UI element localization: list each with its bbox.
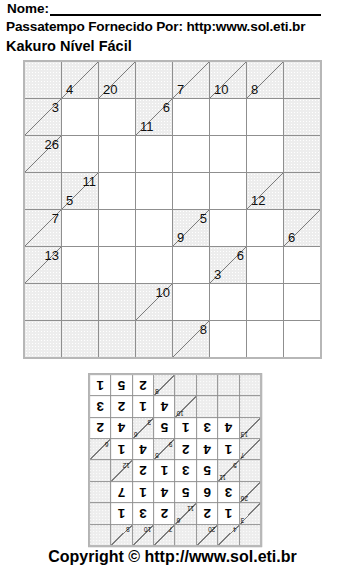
down-clue: 4	[66, 83, 73, 96]
down-clue: 6	[105, 440, 109, 447]
solution-clue-cell-r0c2: 20	[197, 525, 217, 545]
solution-clue-cell-r0c4: 7	[154, 525, 174, 545]
down-clue: 3	[148, 419, 152, 426]
solution-digit-r1c2: 2	[197, 503, 217, 523]
across-clue: 26	[241, 495, 248, 502]
down-clue: 5	[233, 462, 237, 469]
down-clue: 20	[208, 526, 215, 533]
solution-digit-r3c5: 2	[133, 461, 153, 481]
solution-blank-cell-r0c0	[240, 525, 260, 545]
solution-blank-cell-r6c2	[197, 396, 217, 416]
across-clue: 7	[52, 212, 59, 225]
across-clue: 8	[200, 323, 207, 336]
solution-blank-cell-r7c0	[240, 375, 260, 395]
clue-cell-r0c1: 4	[62, 62, 98, 98]
clue-cell-r0c5: 10	[210, 62, 246, 98]
entry-cell-r2c6[interactable]	[247, 136, 283, 172]
down-clue: 11	[140, 120, 154, 133]
solution-entry-cell-r2c5: 1	[133, 482, 153, 502]
entry-cell-r2c2[interactable]	[99, 136, 135, 172]
solution-digit-r4c6: 1	[111, 439, 131, 459]
solution-digit-r6c4: 4	[154, 396, 174, 416]
solution-entry-cell-r2c3: 5	[176, 482, 196, 502]
solution-digit-r5c4: 5	[154, 418, 174, 438]
solution-clue-cell-r0c5: 10	[133, 525, 153, 545]
solution-digit-r1c4: 2	[154, 503, 174, 523]
solution-entry-cell-r5c4: 5	[154, 418, 174, 438]
down-clue: 9	[177, 231, 184, 244]
solution-digit-r1c1: 1	[218, 503, 238, 523]
solution-digit-r5c7: 2	[90, 418, 110, 438]
solution-clue-cell-r1c0: 3	[240, 503, 260, 523]
entry-cell-r5c2[interactable]	[99, 247, 135, 283]
down-clue: 5	[66, 194, 73, 207]
solution-entry-cell-r5c6: 4	[111, 418, 131, 438]
entry-cell-r3c4[interactable]	[173, 173, 209, 209]
solution-entry-cell-r5c7: 2	[90, 418, 110, 438]
clue-cell-r6c3: 10	[136, 284, 172, 320]
solution-blank-cell-r0c7	[90, 525, 110, 545]
name-label: Nome:	[7, 1, 49, 16]
solution-clue-cell-r6c3: 10	[176, 396, 196, 416]
solution-blank-cell-r3c7	[90, 461, 110, 481]
down-clue: 11	[187, 504, 194, 511]
solution-entry-cell-r7c6: 5	[111, 375, 131, 395]
across-clue: 13	[45, 249, 59, 262]
solution-blank-cell-r0c3	[176, 525, 196, 545]
down-clue: 3	[214, 268, 221, 281]
across-clue: 13	[241, 431, 248, 438]
solution-blank-cell-r6c0	[240, 396, 260, 416]
across-clue: 6	[163, 101, 170, 114]
entry-cell-r2c5[interactable]	[210, 136, 246, 172]
solution-entry-cell-r5c3: 1	[176, 418, 196, 438]
across-clue: 6	[177, 516, 181, 523]
down-clue: 9	[169, 440, 173, 447]
solution-blank-cell-r7c2	[197, 375, 217, 395]
solution-entry-cell-r6c5: 1	[133, 396, 153, 416]
blank-cell-r6c0	[25, 284, 61, 320]
solution-clue-cell-r7c4: 8	[154, 375, 174, 395]
entry-cell-r4c1[interactable]	[62, 210, 98, 246]
clue-cell-r3c6: 12	[247, 173, 283, 209]
solution-entry-cell-r1c4: 2	[154, 503, 174, 523]
entry-cell-r5c3[interactable]	[136, 247, 172, 283]
solution-clue-cell-r0c1: 4	[218, 525, 238, 545]
clue-cell-r3c1: 115	[62, 173, 98, 209]
solution-blank-cell-r6c1	[218, 396, 238, 416]
solution-digit-r4c5: 4	[133, 439, 153, 459]
blank-cell-r1c7	[284, 99, 320, 135]
solution-entry-cell-r3c3: 3	[176, 461, 196, 481]
across-clue: 11	[219, 473, 226, 480]
across-clue: 3	[241, 516, 245, 523]
across-clue: 11	[83, 175, 97, 188]
solution-entry-cell-r1c1: 1	[218, 503, 238, 523]
solution-blank-cell-r2c7	[90, 482, 110, 502]
entry-cell-r3c3[interactable]	[136, 173, 172, 209]
clue-cell-r7c4: 8	[173, 321, 209, 357]
across-clue: 10	[177, 409, 184, 416]
clue-cell-r0c4: 7	[173, 62, 209, 98]
solution-entry-cell-r5c2: 3	[197, 418, 217, 438]
solution-digit-r5c6: 4	[111, 418, 131, 438]
down-clue: 6	[288, 231, 295, 244]
solution-entry-cell-r4c2: 4	[197, 439, 217, 459]
solution-clue-cell-r5c5: 63	[133, 418, 153, 438]
blank-cell-r2c7	[284, 136, 320, 172]
solution-digit-r2c1: 3	[218, 482, 238, 502]
entry-cell-r4c6[interactable]	[247, 210, 283, 246]
solution-digit-r7c5: 2	[133, 375, 153, 395]
blank-cell-r7c0	[25, 321, 61, 357]
solution-clue-cell-r4c7: 6	[90, 439, 110, 459]
across-clue: 7	[241, 452, 245, 459]
solution-entry-cell-r7c5: 2	[133, 375, 153, 395]
solution-digit-r7c7: 1	[90, 375, 110, 395]
solution-digit-r7c6: 5	[111, 375, 131, 395]
solution-entry-cell-r1c5: 3	[133, 503, 153, 523]
solution-blank-cell-r3c0	[240, 461, 260, 481]
down-clue: 7	[169, 526, 173, 533]
solution-digit-r2c4: 4	[154, 482, 174, 502]
across-clue: 6	[237, 249, 244, 262]
solution-entry-cell-r3c2: 5	[197, 461, 217, 481]
solution-clue-cell-r5c0: 13	[240, 418, 260, 438]
solution-clue-cell-r4c0: 7	[240, 439, 260, 459]
entry-cell-r2c4[interactable]	[173, 136, 209, 172]
down-clue: 10	[144, 526, 151, 533]
solution-digit-r5c2: 3	[197, 418, 217, 438]
solution-digit-r3c2: 5	[197, 461, 217, 481]
blank-cell-r0c3	[136, 62, 172, 98]
entry-cell-r3c2[interactable]	[99, 173, 135, 209]
solution-entry-cell-r6c4: 4	[154, 396, 174, 416]
solution-digit-r2c5: 1	[133, 482, 153, 502]
across-clue: 3	[52, 101, 59, 114]
down-clue: 4	[233, 526, 237, 533]
solution-digit-r1c6: 1	[111, 503, 131, 523]
across-clue: 6	[134, 431, 138, 438]
entry-cell-r2c3[interactable]	[136, 136, 172, 172]
solution-entry-cell-r4c1: 1	[218, 439, 238, 459]
solution-digit-r2c3: 5	[176, 482, 196, 502]
solution-entry-cell-r2c1: 3	[218, 482, 238, 502]
solution-digit-r2c6: 7	[111, 482, 131, 502]
solution-entry-cell-r6c7: 3	[90, 396, 110, 416]
entry-cell-r6c5[interactable]	[210, 284, 246, 320]
solution-clue-cell-r1c3: 611	[176, 503, 196, 523]
solution-digit-r6c5: 1	[133, 396, 153, 416]
solution-digit-r6c6: 2	[111, 396, 131, 416]
down-clue: 10	[214, 83, 228, 96]
clue-cell-r0c2: 20	[99, 62, 135, 98]
across-clue: 10	[156, 286, 170, 299]
blank-cell-r0c7	[284, 62, 320, 98]
across-clue: 5	[155, 452, 159, 459]
entry-cell-r1c1[interactable]	[62, 99, 98, 135]
solution-digit-r4c2: 4	[197, 439, 217, 459]
kakuro-puzzle-grid: 42071083611261151275961363108	[23, 60, 322, 359]
solution-entry-cell-r1c6: 1	[111, 503, 131, 523]
kakuro-worksheet-page: { "game": "kakuro", "header": { "name_la…	[0, 0, 345, 572]
entry-cell-r1c4[interactable]	[173, 99, 209, 135]
solution-digit-r5c1: 4	[218, 418, 238, 438]
entry-cell-r5c7[interactable]	[284, 247, 320, 283]
copyright-line: Copyright © http://www.sol.eti.br	[0, 548, 345, 566]
blank-cell-r6c1	[62, 284, 98, 320]
entry-cell-r5c4[interactable]	[173, 247, 209, 283]
solution-blank-cell-r1c7	[90, 503, 110, 523]
clue-cell-r1c3: 611	[136, 99, 172, 135]
provider-line: Passatempo Fornecido Por: http:www.sol.e…	[6, 19, 305, 34]
blank-cell-r3c7	[284, 173, 320, 209]
entry-cell-r5c6[interactable]	[247, 247, 283, 283]
kakuro-solution-grid: 4207108312611231263654171155312127142594…	[88, 373, 262, 547]
blank-cell-r7c2	[99, 321, 135, 357]
solution-digit-r4c1: 1	[218, 439, 238, 459]
solution-digit-r3c3: 3	[176, 461, 196, 481]
solution-entry-cell-r7c7: 1	[90, 375, 110, 395]
solution-entry-cell-r4c3: 2	[176, 439, 196, 459]
down-clue: 12	[123, 462, 130, 469]
name-fill-line[interactable]	[50, 1, 321, 16]
solution-entry-cell-r4c5: 4	[133, 439, 153, 459]
clue-cell-r4c7: 6	[284, 210, 320, 246]
entry-cell-r7c6[interactable]	[247, 321, 283, 357]
entry-cell-r5c1[interactable]	[62, 247, 98, 283]
blank-cell-r7c3	[136, 321, 172, 357]
across-clue: 5	[200, 212, 207, 225]
blank-cell-r6c2	[99, 284, 135, 320]
solution-clue-cell-r2c0: 26	[240, 482, 260, 502]
solution-entry-cell-r3c5: 2	[133, 461, 153, 481]
entry-cell-r7c5[interactable]	[210, 321, 246, 357]
solution-entry-cell-r4c6: 1	[111, 439, 131, 459]
blank-cell-r0c0	[25, 62, 61, 98]
entry-cell-r6c6[interactable]	[247, 284, 283, 320]
solution-entry-cell-r2c2: 6	[197, 482, 217, 502]
across-clue: 8	[155, 388, 159, 395]
down-clue: 8	[251, 83, 258, 96]
solution-entry-cell-r2c6: 7	[111, 482, 131, 502]
down-clue: 8	[126, 526, 130, 533]
entry-cell-r1c5[interactable]	[210, 99, 246, 135]
solution-entry-cell-r5c1: 4	[218, 418, 238, 438]
clue-cell-r4c4: 59	[173, 210, 209, 246]
entry-cell-r3c5[interactable]	[210, 173, 246, 209]
clue-cell-r5c0: 13	[25, 247, 61, 283]
down-clue: 7	[177, 83, 184, 96]
solution-digit-r5c3: 1	[176, 418, 196, 438]
name-row: Nome:	[7, 1, 321, 16]
entry-cell-r2c1[interactable]	[62, 136, 98, 172]
solution-clue-cell-r4c4: 59	[154, 439, 174, 459]
across-clue: 26	[45, 138, 59, 151]
solution-digit-r3c4: 1	[154, 461, 174, 481]
clue-cell-r1c0: 3	[25, 99, 61, 135]
solution-blank-cell-r7c1	[218, 375, 238, 395]
clue-cell-r2c0: 26	[25, 136, 61, 172]
entry-cell-r4c3[interactable]	[136, 210, 172, 246]
blank-cell-r3c0	[25, 173, 61, 209]
solution-clue-cell-r3c6: 12	[111, 461, 131, 481]
solution-digit-r1c5: 3	[133, 503, 153, 523]
page-title: Kakuro Nível Fácil	[6, 38, 132, 54]
clue-cell-r0c6: 8	[247, 62, 283, 98]
blank-cell-r7c1	[62, 321, 98, 357]
solution-blank-cell-r7c3	[176, 375, 196, 395]
entry-cell-r4c5[interactable]	[210, 210, 246, 246]
down-clue: 12	[251, 194, 265, 207]
solution-digit-r2c2: 6	[197, 482, 217, 502]
entry-cell-r4c2[interactable]	[99, 210, 135, 246]
solution-clue-cell-r3c1: 115	[218, 461, 238, 481]
solution-clue-cell-r0c6: 8	[111, 525, 131, 545]
down-clue: 20	[103, 83, 117, 96]
clue-cell-r5c5: 63	[210, 247, 246, 283]
entry-cell-r1c2[interactable]	[99, 99, 135, 135]
solution-entry-cell-r1c2: 2	[197, 503, 217, 523]
solution-entry-cell-r3c4: 1	[154, 461, 174, 481]
solution-digit-r6c7: 3	[90, 396, 110, 416]
entry-cell-r7c7[interactable]	[284, 321, 320, 357]
clue-cell-r4c0: 7	[25, 210, 61, 246]
entry-cell-r6c4[interactable]	[173, 284, 209, 320]
solution-entry-cell-r6c6: 2	[111, 396, 131, 416]
solution-entry-cell-r2c4: 4	[154, 482, 174, 502]
entry-cell-r6c7[interactable]	[284, 284, 320, 320]
solution-digit-r4c3: 2	[176, 439, 196, 459]
entry-cell-r1c6[interactable]	[247, 99, 283, 135]
